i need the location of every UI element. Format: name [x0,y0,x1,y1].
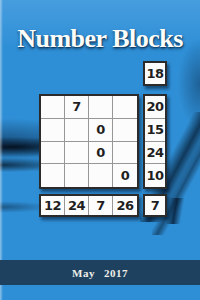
row-sum-cell: 10 [145,164,165,187]
col-sum-cell: 12 [41,196,65,215]
grid-cell [89,96,113,119]
grid-cell: 0 [89,119,113,142]
column-sums-row: 12 24 7 26 [39,194,139,217]
bottom-right-clue-cell: 7 [143,194,167,217]
grid-cell: 0 [113,164,137,187]
row-sum-cell: 20 [145,96,165,119]
col-sum-cell: 7 [89,196,113,215]
date-year: 2017 [104,267,128,279]
grid-cell [65,142,89,165]
grid-cell: 0 [89,142,113,165]
grid-cell [41,96,65,119]
row-sums-column: 20 15 24 10 [143,94,167,189]
top-right-clue-cell: 18 [143,61,167,86]
book-cover: Number Blocks 18 7 0 0 0 20 15 24 10 12 … [0,0,200,300]
col-sum-cell: 24 [65,196,89,215]
date-band: May 2017 [0,260,200,285]
date-month: May [72,267,95,279]
row-sum-cell: 15 [145,119,165,142]
grid-cell [113,142,137,165]
grid-cell [41,119,65,142]
grid-cell [41,142,65,165]
grid-cell [41,164,65,187]
clue-value: 18 [145,63,165,84]
row-sum-cell: 24 [145,142,165,165]
clue-value: 7 [145,196,165,215]
grid-cell [65,164,89,187]
puzzle-grid: 7 0 0 0 [39,94,139,189]
col-sum-cell: 26 [113,196,137,215]
page-title: Number Blocks [0,24,200,54]
grid-cell [113,96,137,119]
grid-cell: 7 [65,96,89,119]
grid-cell [89,164,113,187]
grid-cell [113,119,137,142]
grid-cell [65,119,89,142]
